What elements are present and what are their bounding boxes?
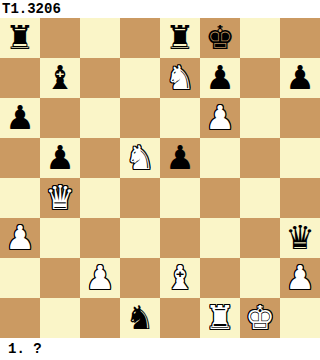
- square-f5[interactable]: [200, 138, 240, 178]
- black-knight-icon: ♞: [120, 298, 160, 338]
- square-e1[interactable]: [160, 298, 200, 338]
- black-pawn-icon: ♟: [0, 98, 40, 138]
- square-a1[interactable]: [0, 298, 40, 338]
- square-a7[interactable]: [0, 58, 40, 98]
- square-b1[interactable]: [40, 298, 80, 338]
- square-e6[interactable]: [160, 98, 200, 138]
- square-e8[interactable]: ♜: [160, 18, 200, 58]
- square-a8[interactable]: ♜: [0, 18, 40, 58]
- square-h2[interactable]: ♟: [280, 258, 320, 298]
- black-rook-icon: ♜: [0, 18, 40, 58]
- white-knight-icon: ♞: [120, 138, 160, 178]
- black-pawn-icon: ♟: [160, 138, 200, 178]
- square-b3[interactable]: [40, 218, 80, 258]
- square-h7[interactable]: ♟: [280, 58, 320, 98]
- square-e7[interactable]: ♞: [160, 58, 200, 98]
- square-a5[interactable]: [0, 138, 40, 178]
- black-queen-icon: ♛: [280, 218, 320, 258]
- square-f1[interactable]: ♜: [200, 298, 240, 338]
- square-a3[interactable]: ♟: [0, 218, 40, 258]
- square-d8[interactable]: [120, 18, 160, 58]
- square-b6[interactable]: [40, 98, 80, 138]
- square-f7[interactable]: ♟: [200, 58, 240, 98]
- square-f6[interactable]: ♟: [200, 98, 240, 138]
- square-e5[interactable]: ♟: [160, 138, 200, 178]
- square-h3[interactable]: ♛: [280, 218, 320, 258]
- square-g7[interactable]: [240, 58, 280, 98]
- black-king-icon: ♚: [200, 18, 240, 58]
- square-d5[interactable]: ♞: [120, 138, 160, 178]
- header-bar: T1.3206: [0, 0, 320, 18]
- square-d3[interactable]: [120, 218, 160, 258]
- square-h5[interactable]: [280, 138, 320, 178]
- square-h8[interactable]: [280, 18, 320, 58]
- square-c2[interactable]: ♟: [80, 258, 120, 298]
- square-a4[interactable]: [0, 178, 40, 218]
- square-c8[interactable]: [80, 18, 120, 58]
- square-c5[interactable]: [80, 138, 120, 178]
- white-knight-icon: ♞: [160, 58, 200, 98]
- square-b5[interactable]: ♟: [40, 138, 80, 178]
- square-h1[interactable]: [280, 298, 320, 338]
- black-pawn-icon: ♟: [40, 138, 80, 178]
- square-h4[interactable]: [280, 178, 320, 218]
- square-b4[interactable]: ♛: [40, 178, 80, 218]
- black-pawn-icon: ♟: [200, 58, 240, 98]
- white-pawn-icon: ♟: [280, 258, 320, 298]
- square-f3[interactable]: [200, 218, 240, 258]
- square-d7[interactable]: [120, 58, 160, 98]
- square-f8[interactable]: ♚: [200, 18, 240, 58]
- puzzle-id: T1.3206: [2, 1, 61, 17]
- square-a2[interactable]: [0, 258, 40, 298]
- square-d6[interactable]: [120, 98, 160, 138]
- white-bishop-icon: ♝: [160, 258, 200, 298]
- square-b7[interactable]: ♝: [40, 58, 80, 98]
- square-c3[interactable]: [80, 218, 120, 258]
- black-rook-icon: ♜: [160, 18, 200, 58]
- square-c1[interactable]: [80, 298, 120, 338]
- square-g2[interactable]: [240, 258, 280, 298]
- square-c4[interactable]: [80, 178, 120, 218]
- footer-bar: 1. ?: [0, 338, 320, 360]
- chess-puzzle-screen: T1.3206 ♜♜♚♝♞♟♟♟♟♟♞♟♛♟♛♟♝♟♞♜♚ 1. ?: [0, 0, 320, 360]
- square-e4[interactable]: [160, 178, 200, 218]
- square-b8[interactable]: [40, 18, 80, 58]
- square-d2[interactable]: [120, 258, 160, 298]
- square-g3[interactable]: [240, 218, 280, 258]
- square-g4[interactable]: [240, 178, 280, 218]
- square-b2[interactable]: [40, 258, 80, 298]
- black-bishop-icon: ♝: [40, 58, 80, 98]
- white-pawn-icon: ♟: [200, 98, 240, 138]
- square-g8[interactable]: [240, 18, 280, 58]
- chess-board: ♜♜♚♝♞♟♟♟♟♟♞♟♛♟♛♟♝♟♞♜♚: [0, 18, 320, 338]
- square-d1[interactable]: ♞: [120, 298, 160, 338]
- square-c7[interactable]: [80, 58, 120, 98]
- square-g1[interactable]: ♚: [240, 298, 280, 338]
- white-queen-icon: ♛: [40, 178, 80, 218]
- black-pawn-icon: ♟: [280, 58, 320, 98]
- white-rook-icon: ♜: [200, 298, 240, 338]
- white-pawn-icon: ♟: [80, 258, 120, 298]
- square-f2[interactable]: [200, 258, 240, 298]
- move-prompt: 1. ?: [8, 341, 42, 357]
- square-g6[interactable]: [240, 98, 280, 138]
- white-king-icon: ♚: [240, 298, 280, 338]
- square-a6[interactable]: ♟: [0, 98, 40, 138]
- square-c6[interactable]: [80, 98, 120, 138]
- square-d4[interactable]: [120, 178, 160, 218]
- square-f4[interactable]: [200, 178, 240, 218]
- square-e2[interactable]: ♝: [160, 258, 200, 298]
- white-pawn-icon: ♟: [0, 218, 40, 258]
- square-h6[interactable]: [280, 98, 320, 138]
- square-g5[interactable]: [240, 138, 280, 178]
- square-e3[interactable]: [160, 218, 200, 258]
